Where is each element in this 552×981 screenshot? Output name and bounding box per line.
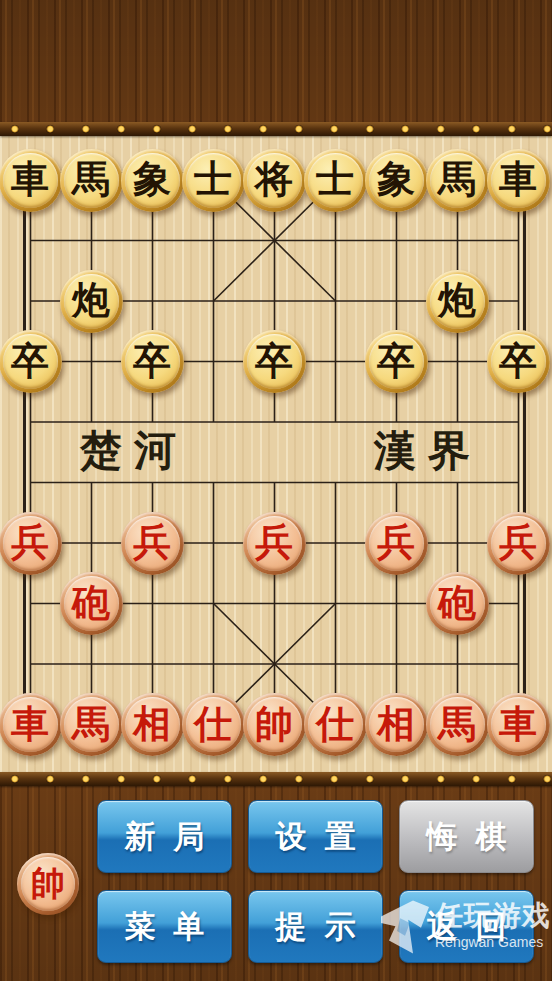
piece-face: 砲 [64, 576, 119, 631]
piece-glyph: 象 [133, 160, 171, 198]
piece-rB[interactable]: 相 [121, 693, 184, 756]
piece-glyph: 砲 [72, 584, 110, 622]
new-game-button[interactable]: 新局 [97, 800, 232, 873]
piece-face: 兵 [491, 516, 546, 571]
piece-glyph: 馬 [438, 705, 476, 743]
piece-rN[interactable]: 馬 [60, 693, 123, 756]
piece-glyph: 車 [499, 705, 537, 743]
piece-rN[interactable]: 馬 [426, 693, 489, 756]
piece-face: 砲 [430, 576, 485, 631]
piece-glyph: 卒 [11, 342, 49, 380]
piece-glyph: 相 [133, 705, 171, 743]
piece-face: 将 [247, 153, 302, 208]
piece-bB[interactable]: 象 [121, 149, 184, 212]
turn-indicator-face: 帥 [21, 857, 75, 911]
piece-glyph: 車 [499, 160, 537, 198]
piece-glyph: 馬 [438, 160, 476, 198]
piece-face: 帥 [247, 697, 302, 752]
piece-glyph: 兵 [377, 523, 415, 561]
piece-rA[interactable]: 仕 [182, 693, 245, 756]
piece-face: 車 [491, 153, 546, 208]
piece-bN[interactable]: 馬 [426, 149, 489, 212]
undo-button[interactable]: 悔棋 [399, 800, 534, 873]
piece-glyph: 将 [255, 160, 293, 198]
piece-face: 卒 [125, 334, 180, 389]
piece-glyph: 車 [11, 160, 49, 198]
piece-glyph: 車 [11, 705, 49, 743]
piece-bC[interactable]: 炮 [426, 270, 489, 333]
piece-bR[interactable]: 車 [0, 149, 62, 212]
piece-rA[interactable]: 仕 [304, 693, 367, 756]
piece-bP[interactable]: 卒 [0, 330, 62, 393]
piece-glyph: 仕 [316, 705, 354, 743]
piece-face: 兵 [3, 516, 58, 571]
back-button[interactable]: 返回 [399, 890, 534, 963]
piece-face: 卒 [247, 334, 302, 389]
piece-face: 士 [186, 153, 241, 208]
piece-rC[interactable]: 砲 [60, 572, 123, 635]
piece-glyph: 士 [194, 160, 232, 198]
piece-rP[interactable]: 兵 [0, 512, 62, 575]
piece-bP[interactable]: 卒 [121, 330, 184, 393]
piece-rP[interactable]: 兵 [487, 512, 550, 575]
piece-face: 相 [369, 697, 424, 752]
piece-rB[interactable]: 相 [365, 693, 428, 756]
piece-bA[interactable]: 士 [304, 149, 367, 212]
piece-bR[interactable]: 車 [487, 149, 550, 212]
piece-glyph: 卒 [255, 342, 293, 380]
piece-rP[interactable]: 兵 [243, 512, 306, 575]
piece-rP[interactable]: 兵 [121, 512, 184, 575]
piece-glyph: 馬 [72, 160, 110, 198]
piece-bC[interactable]: 炮 [60, 270, 123, 333]
wood-background: { "game": "xiangqi", "position": { "fen"… [0, 0, 552, 981]
piece-glyph: 馬 [72, 705, 110, 743]
piece-glyph: 相 [377, 705, 415, 743]
piece-rR[interactable]: 車 [487, 693, 550, 756]
piece-face: 炮 [64, 274, 119, 329]
piece-face: 兵 [125, 516, 180, 571]
action-buttons: 新局 设置 悔棋 菜单 提示 返回 [97, 800, 534, 963]
piece-face: 馬 [64, 153, 119, 208]
piece-face: 仕 [186, 697, 241, 752]
piece-rP[interactable]: 兵 [365, 512, 428, 575]
piece-face: 象 [125, 153, 180, 208]
piece-face: 車 [3, 153, 58, 208]
piece-bK[interactable]: 将 [243, 149, 306, 212]
piece-glyph: 仕 [194, 705, 232, 743]
piece-glyph: 炮 [438, 281, 476, 319]
pieces-grid: 車馬象士将士象馬車炮炮卒卒卒卒卒兵兵兵兵兵砲砲車馬相仕帥仕相馬車 [0, 150, 549, 755]
turn-indicator-piece: 帥 [17, 853, 79, 915]
piece-face: 相 [125, 697, 180, 752]
piece-face: 車 [491, 697, 546, 752]
piece-bN[interactable]: 馬 [60, 149, 123, 212]
piece-glyph: 兵 [255, 523, 293, 561]
piece-bP[interactable]: 卒 [487, 330, 550, 393]
piece-bP[interactable]: 卒 [365, 330, 428, 393]
piece-face: 卒 [3, 334, 58, 389]
piece-rR[interactable]: 車 [0, 693, 62, 756]
piece-glyph: 象 [377, 160, 415, 198]
piece-glyph: 炮 [72, 281, 110, 319]
menu-button[interactable]: 菜单 [97, 890, 232, 963]
piece-rC[interactable]: 砲 [426, 572, 489, 635]
piece-rK[interactable]: 帥 [243, 693, 306, 756]
piece-face: 卒 [491, 334, 546, 389]
settings-button[interactable]: 设置 [248, 800, 383, 873]
piece-bA[interactable]: 士 [182, 149, 245, 212]
piece-face: 兵 [247, 516, 302, 571]
piece-bP[interactable]: 卒 [243, 330, 306, 393]
piece-glyph: 兵 [11, 523, 49, 561]
xiangqi-board[interactable]: 楚河 漢界 車馬象士将士象馬車炮炮卒卒卒卒卒兵兵兵兵兵砲砲車馬相仕帥仕相馬車 [0, 135, 552, 772]
piece-glyph: 兵 [133, 523, 171, 561]
turn-indicator-glyph: 帥 [31, 866, 65, 900]
piece-glyph: 士 [316, 160, 354, 198]
piece-bB[interactable]: 象 [365, 149, 428, 212]
piece-face: 象 [369, 153, 424, 208]
piece-glyph: 砲 [438, 584, 476, 622]
stud-strip-bottom [0, 772, 552, 786]
piece-glyph: 卒 [133, 342, 171, 380]
hint-button[interactable]: 提示 [248, 890, 383, 963]
piece-face: 馬 [430, 697, 485, 752]
piece-glyph: 卒 [499, 342, 537, 380]
piece-glyph: 帥 [255, 705, 293, 743]
piece-face: 馬 [430, 153, 485, 208]
piece-face: 士 [308, 153, 363, 208]
piece-face: 仕 [308, 697, 363, 752]
piece-glyph: 兵 [499, 523, 537, 561]
stud-strip-top [0, 122, 552, 136]
piece-face: 車 [3, 697, 58, 752]
piece-glyph: 卒 [377, 342, 415, 380]
piece-face: 馬 [64, 697, 119, 752]
piece-face: 兵 [369, 516, 424, 571]
piece-face: 卒 [369, 334, 424, 389]
piece-face: 炮 [430, 274, 485, 329]
